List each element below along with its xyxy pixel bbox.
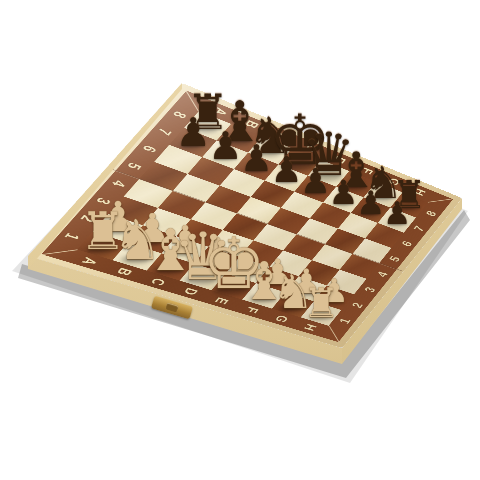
file-label-far-C-text: C [273,131,291,142]
file-label-far-E-text: E [331,155,348,165]
file-label-near-G-text: G [273,314,291,324]
file-label-far-F-text: F [359,166,375,175]
rank-label-left-4-text: 4 [109,178,129,188]
file-label-far-D-text: D [303,143,321,154]
rank-label-right-4-text: 4 [375,270,390,278]
rank-label-left-5-text: 5 [124,161,144,171]
chess-set-photo: AA88BB77CC66DD55EE44FF33GG22HH11 ♜♝♞♚♛♝♞… [0,0,480,480]
rank-label-left-3-text: 3 [93,196,113,206]
rank-label-left-6-text: 6 [140,144,160,154]
rank-label-left-2-text: 2 [77,214,98,224]
rank-label-left-1-text: 1 [62,232,83,242]
rank-label-right-5-text: 5 [387,255,402,263]
file-label-far-A-text: A [210,106,230,118]
file-label-near-C-text: C [148,277,168,287]
rank-label-right-2-text: 2 [349,301,365,309]
file-label-near-H-text: H [301,323,318,332]
rank-label-left-8-text: 8 [170,110,189,120]
file-label-far-H-text: H [412,187,428,197]
file-label-near-B-text: B [114,266,135,277]
rank-label-right-1-text: 1 [337,317,353,325]
rank-label-right-7-text: 7 [411,224,426,232]
file-label-near-A-text: A [79,256,101,267]
file-label-far-G-text: G [386,176,403,186]
file-label-far-B-text: B [242,119,261,130]
rank-label-right-6-text: 6 [399,240,414,248]
file-label-near-E-text: E [213,296,232,305]
file-label-near-F-text: F [243,306,261,315]
file-label-near-D-text: D [181,286,201,296]
rank-label-right-3-text: 3 [362,286,377,294]
rank-label-right-8-text: 8 [424,209,439,217]
rank-label-left-7-text: 7 [155,127,175,137]
